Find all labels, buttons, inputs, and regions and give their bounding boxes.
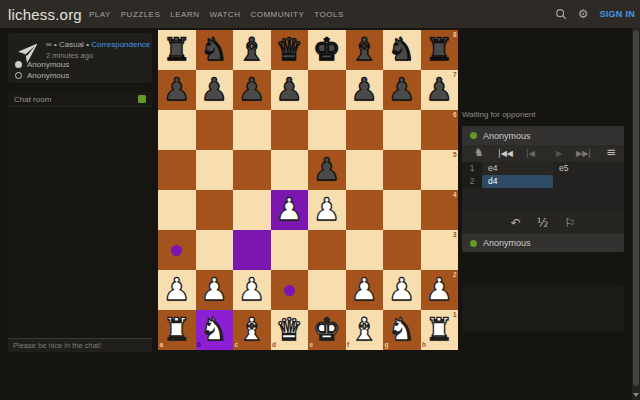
file-coordinate-g: g bbox=[385, 342, 389, 349]
square-g5[interactable] bbox=[383, 150, 421, 190]
previous-move-button[interactable]: |◀ bbox=[526, 149, 535, 158]
secondary-panel bbox=[462, 285, 624, 332]
game-info-box: ∞ • Casual • Correspondence 2 minutes ag… bbox=[8, 33, 152, 83]
move-number: 1 bbox=[462, 162, 482, 175]
nav-item-learn[interactable]: LEARN bbox=[170, 10, 199, 19]
square-a8[interactable]: ♜ bbox=[158, 30, 196, 70]
square-d3[interactable] bbox=[271, 230, 309, 270]
square-g1[interactable]: ♞g bbox=[383, 310, 421, 350]
white-pawn-d4[interactable]: ♟ bbox=[271, 190, 309, 230]
nav-item-puzzles[interactable]: PUZZLES bbox=[121, 10, 161, 19]
square-a1[interactable]: ♜a bbox=[158, 310, 196, 350]
square-a3[interactable] bbox=[158, 230, 196, 270]
square-c7[interactable]: ♟ bbox=[233, 70, 271, 110]
scrollbar-thumb[interactable] bbox=[633, 30, 639, 386]
scrollbar bbox=[632, 28, 640, 400]
file-coordinate-h: h bbox=[422, 342, 426, 349]
square-b1[interactable]: ♞b bbox=[196, 310, 234, 350]
lichess-logo[interactable]: lichess.org bbox=[8, 6, 82, 23]
square-h8[interactable]: ♜8 bbox=[421, 30, 459, 70]
black-bishop-f8[interactable]: ♝ bbox=[346, 30, 384, 70]
move-number: 2 bbox=[462, 175, 482, 188]
nav-item-play[interactable]: PLAY bbox=[89, 10, 111, 19]
move-list: 1 e4 e5 2 d4 bbox=[462, 162, 624, 211]
chat-input[interactable]: Please be nice in the chat! bbox=[8, 338, 152, 352]
square-h1[interactable]: ♜h1 bbox=[421, 310, 459, 350]
file-coordinate-f: f bbox=[347, 342, 349, 349]
rank-coordinate-4: 4 bbox=[453, 192, 457, 199]
rank-coordinate-8: 8 bbox=[453, 32, 457, 39]
navbar-right: ⚙ SIGN IN bbox=[555, 7, 635, 21]
game-side-panel: Anonymous ♞ |◀◀ |◀ ▶ ▶▶| ≡ 1 e4 e5 2 d4 … bbox=[462, 126, 624, 252]
square-f4[interactable] bbox=[346, 190, 384, 230]
game-meta-line: ∞ • Casual • Correspondence bbox=[46, 40, 150, 49]
square-b6[interactable] bbox=[196, 110, 234, 150]
game-actions: ↶ ½ ⚐ bbox=[462, 211, 624, 234]
square-c1[interactable]: ♝c bbox=[233, 310, 271, 350]
square-c2[interactable]: ♟ bbox=[233, 270, 271, 310]
square-a2[interactable]: ♟ bbox=[158, 270, 196, 310]
black-knight-b8[interactable]: ♞ bbox=[196, 30, 234, 70]
black-player-row: Anonymous bbox=[15, 71, 69, 80]
white-king-e1[interactable]: ♚ bbox=[308, 310, 346, 350]
square-g2[interactable]: ♟ bbox=[383, 270, 421, 310]
move-dest-dot[interactable] bbox=[284, 285, 295, 296]
sign-in-button[interactable]: SIGN IN bbox=[599, 9, 635, 19]
file-coordinate-a: a bbox=[160, 342, 164, 349]
square-h7[interactable]: ♟7 bbox=[421, 70, 459, 110]
chat-panel: Chat room Please be nice in the chat! bbox=[8, 92, 152, 352]
search-icon[interactable] bbox=[555, 8, 567, 20]
black-player-name: Anonymous bbox=[27, 71, 69, 80]
square-a6[interactable] bbox=[158, 110, 196, 150]
player-bar: Anonymous bbox=[462, 234, 624, 252]
square-d4[interactable]: ♟ bbox=[271, 190, 309, 230]
square-b3[interactable] bbox=[196, 230, 234, 270]
square-f5[interactable] bbox=[346, 150, 384, 190]
black-color-icon bbox=[15, 72, 22, 79]
online-dot-icon bbox=[470, 240, 477, 247]
square-c6[interactable] bbox=[233, 110, 271, 150]
square-c8[interactable]: ♝ bbox=[233, 30, 271, 70]
white-bishop-c1[interactable]: ♝ bbox=[233, 310, 271, 350]
square-g4[interactable] bbox=[383, 190, 421, 230]
file-coordinate-b: b bbox=[197, 342, 201, 349]
game-status: Waiting for opponent bbox=[462, 110, 536, 119]
square-e6[interactable] bbox=[308, 110, 346, 150]
first-move-button[interactable]: |◀◀ bbox=[498, 149, 513, 158]
chat-header: Chat room bbox=[8, 92, 152, 107]
opponent-bar: Anonymous bbox=[462, 126, 624, 145]
square-c5[interactable] bbox=[233, 150, 271, 190]
move-dest-dot[interactable] bbox=[171, 245, 182, 256]
square-e3[interactable] bbox=[308, 230, 346, 270]
black-pawn-b7[interactable]: ♟ bbox=[196, 70, 234, 110]
square-c3[interactable] bbox=[233, 230, 271, 270]
square-f8[interactable]: ♝ bbox=[346, 30, 384, 70]
menu-icon[interactable]: ≡ bbox=[606, 145, 616, 159]
file-coordinate-c: c bbox=[235, 342, 239, 349]
square-e5[interactable]: ♟ bbox=[308, 150, 346, 190]
square-h5[interactable]: 5 bbox=[421, 150, 459, 190]
speed-label: Correspondence bbox=[91, 40, 150, 49]
opponent-name: Anonymous bbox=[483, 131, 531, 141]
chat-toggle-button[interactable] bbox=[138, 95, 146, 103]
replay-controls: ♞ |◀◀ |◀ ▶ ▶▶| ≡ bbox=[462, 145, 624, 162]
black-pawn-c7[interactable]: ♟ bbox=[233, 70, 271, 110]
white-pawn-g2[interactable]: ♟ bbox=[383, 270, 421, 310]
white-pawn-c2[interactable]: ♟ bbox=[233, 270, 271, 310]
next-move-button[interactable]: ▶ bbox=[556, 149, 562, 158]
chat-title: Chat room bbox=[14, 95, 138, 104]
black-bishop-c8[interactable]: ♝ bbox=[233, 30, 271, 70]
square-h2[interactable]: ♟2 bbox=[421, 270, 459, 310]
square-f6[interactable] bbox=[346, 110, 384, 150]
black-pawn-f7[interactable]: ♟ bbox=[346, 70, 384, 110]
white-pawn-e4[interactable]: ♟ bbox=[308, 190, 346, 230]
square-b2[interactable]: ♟ bbox=[196, 270, 234, 310]
square-c4[interactable] bbox=[233, 190, 271, 230]
white-knight-b1[interactable]: ♞ bbox=[196, 310, 234, 350]
white-knight-g1[interactable]: ♞ bbox=[383, 310, 421, 350]
white-bishop-f1[interactable]: ♝ bbox=[346, 310, 384, 350]
square-e8[interactable]: ♚ bbox=[308, 30, 346, 70]
takeback-icon[interactable]: ↶ bbox=[511, 217, 521, 229]
white-rook-a1[interactable]: ♜ bbox=[158, 310, 196, 350]
white-player-row: Anonymous bbox=[15, 60, 69, 69]
nav-item-community[interactable]: COMMUNITY bbox=[250, 10, 304, 19]
white-queen-d1[interactable]: ♛ bbox=[271, 310, 309, 350]
analysis-board-icon[interactable]: ♞ bbox=[474, 146, 484, 159]
square-d6[interactable] bbox=[271, 110, 309, 150]
square-f1[interactable]: ♝f bbox=[346, 310, 384, 350]
square-a5[interactable] bbox=[158, 150, 196, 190]
rank-coordinate-2: 2 bbox=[453, 272, 457, 279]
black-pawn-g7[interactable]: ♟ bbox=[383, 70, 421, 110]
square-b8[interactable]: ♞ bbox=[196, 30, 234, 70]
player-name: Anonymous bbox=[483, 238, 531, 248]
square-e1[interactable]: ♚e bbox=[308, 310, 346, 350]
square-d8[interactable]: ♛ bbox=[271, 30, 309, 70]
last-move-button[interactable]: ▶▶| bbox=[576, 149, 591, 158]
square-f2[interactable]: ♟ bbox=[346, 270, 384, 310]
main-menu: PLAY PUZZLES LEARN WATCH COMMUNITY TOOLS bbox=[89, 10, 344, 19]
black-pawn-d7[interactable]: ♟ bbox=[271, 70, 309, 110]
white-pawn-a2[interactable]: ♟ bbox=[158, 270, 196, 310]
square-e7[interactable] bbox=[308, 70, 346, 110]
black-queen-d8[interactable]: ♛ bbox=[271, 30, 309, 70]
square-h6[interactable]: 6 bbox=[421, 110, 459, 150]
online-dot-icon bbox=[470, 132, 477, 139]
game-time-ago: 2 minutes ago bbox=[46, 51, 93, 60]
square-h4[interactable]: 4 bbox=[421, 190, 459, 230]
chess-board[interactable]: ♜♞♝♛♚♝♞♜8♟♟♟♟♟♟♟76♟5♟♟43♟♟♟♟♟♟2♜a♞b♝c♛d♚… bbox=[158, 30, 458, 350]
white-pawn-b2[interactable]: ♟ bbox=[196, 270, 234, 310]
draw-offer-icon[interactable]: ½ bbox=[537, 217, 549, 229]
square-h3[interactable]: 3 bbox=[421, 230, 459, 270]
square-b4[interactable] bbox=[196, 190, 234, 230]
square-b7[interactable]: ♟ bbox=[196, 70, 234, 110]
square-a7[interactable]: ♟ bbox=[158, 70, 196, 110]
square-g3[interactable] bbox=[383, 230, 421, 270]
square-g6[interactable] bbox=[383, 110, 421, 150]
file-coordinate-d: d bbox=[272, 342, 276, 349]
black-king-e8[interactable]: ♚ bbox=[308, 30, 346, 70]
square-f3[interactable] bbox=[346, 230, 384, 270]
square-f7[interactable]: ♟ bbox=[346, 70, 384, 110]
rank-coordinate-7: 7 bbox=[453, 72, 457, 79]
file-coordinate-e: e bbox=[310, 342, 314, 349]
scrollbar-down-arrow[interactable] bbox=[633, 393, 639, 397]
square-d1[interactable]: ♛d bbox=[271, 310, 309, 350]
black-pawn-e5[interactable]: ♟ bbox=[308, 150, 346, 190]
white-pawn-f2[interactable]: ♟ bbox=[346, 270, 384, 310]
black-rook-a8[interactable]: ♜ bbox=[158, 30, 196, 70]
square-e2[interactable] bbox=[308, 270, 346, 310]
nav-item-tools[interactable]: TOOLS bbox=[314, 10, 343, 19]
rank-coordinate-5: 5 bbox=[453, 152, 457, 159]
square-d7[interactable]: ♟ bbox=[271, 70, 309, 110]
rank-coordinate-6: 6 bbox=[453, 112, 457, 119]
square-g7[interactable]: ♟ bbox=[383, 70, 421, 110]
rank-coordinate-3: 3 bbox=[453, 232, 457, 239]
move-1-white[interactable]: e4 bbox=[482, 162, 553, 175]
move-1-black[interactable]: e5 bbox=[553, 162, 624, 175]
square-a4[interactable] bbox=[158, 190, 196, 230]
black-pawn-a7[interactable]: ♟ bbox=[158, 70, 196, 110]
top-navbar: lichess.org PLAY PUZZLES LEARN WATCH COM… bbox=[0, 0, 640, 28]
move-2-black[interactable] bbox=[553, 175, 624, 188]
rank-coordinate-1: 1 bbox=[453, 312, 457, 319]
square-d5[interactable] bbox=[271, 150, 309, 190]
move-row: 1 e4 e5 bbox=[462, 162, 624, 175]
chat-messages bbox=[8, 107, 152, 338]
black-knight-g8[interactable]: ♞ bbox=[383, 30, 421, 70]
square-b5[interactable] bbox=[196, 150, 234, 190]
move-2-white-active[interactable]: d4 bbox=[482, 175, 553, 188]
resign-flag-icon[interactable]: ⚐ bbox=[564, 217, 575, 229]
square-e4[interactable]: ♟ bbox=[308, 190, 346, 230]
square-g8[interactable]: ♞ bbox=[383, 30, 421, 70]
gear-icon[interactable]: ⚙ bbox=[578, 7, 589, 21]
lichess-page: lichess.org PLAY PUZZLES LEARN WATCH COM… bbox=[0, 0, 640, 400]
white-color-icon bbox=[15, 61, 22, 68]
white-player-name: Anonymous bbox=[27, 60, 69, 69]
square-d2[interactable] bbox=[271, 270, 309, 310]
nav-item-watch[interactable]: WATCH bbox=[209, 10, 240, 19]
move-row: 2 d4 bbox=[462, 175, 624, 188]
